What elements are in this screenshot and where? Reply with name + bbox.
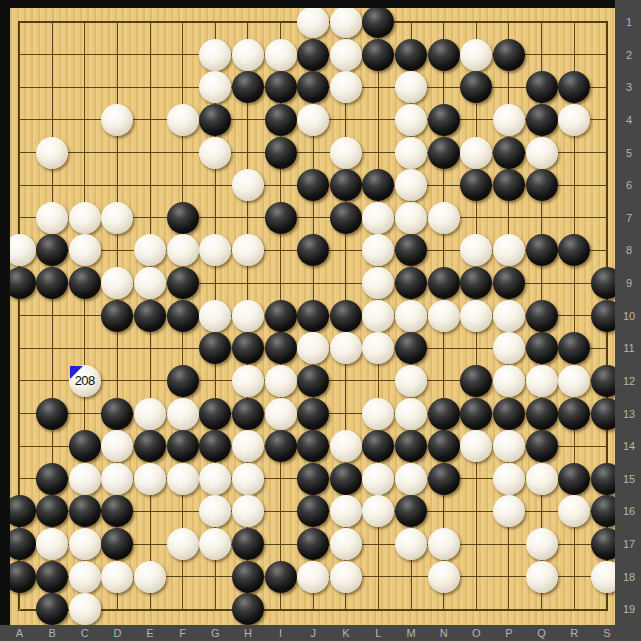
black-stone-E14 (134, 430, 166, 462)
black-stone-Q11 (526, 332, 558, 364)
white-stone-B7 (36, 202, 68, 234)
white-stone-K14 (330, 430, 362, 462)
white-stone-N17 (428, 528, 460, 560)
black-stone-F9 (167, 267, 199, 299)
white-stone-Q18 (526, 561, 558, 593)
black-stone-P9 (493, 267, 525, 299)
white-stone-H10 (232, 300, 264, 332)
black-stone-J10 (297, 300, 329, 332)
black-stone-B13 (36, 398, 68, 430)
black-stone-N9 (428, 267, 460, 299)
black-stone-K6 (330, 169, 362, 201)
black-stone-M2 (395, 39, 427, 71)
black-stone-R13 (558, 398, 590, 430)
row-label-9: 9 (619, 276, 639, 290)
black-stone-K7 (330, 202, 362, 234)
white-stone-C19 (69, 593, 101, 625)
row-label-13: 13 (619, 407, 639, 421)
black-stone-O12 (460, 365, 492, 397)
white-stone-Q12 (526, 365, 558, 397)
black-stone-P5 (493, 137, 525, 169)
white-stone-M5 (395, 137, 427, 169)
white-stone-H14 (232, 430, 264, 462)
white-stone-M17 (395, 528, 427, 560)
white-stone-J4 (297, 104, 329, 136)
white-stone-L7 (362, 202, 394, 234)
black-stone-B18 (36, 561, 68, 593)
black-stone-J2 (297, 39, 329, 71)
row-label-8: 8 (619, 243, 639, 257)
column-label-N: N (434, 625, 454, 641)
white-stone-K11 (330, 332, 362, 364)
black-stone-M9 (395, 267, 427, 299)
column-label-P: P (499, 625, 519, 641)
black-stone-I14 (265, 430, 297, 462)
white-stone-B17 (36, 528, 68, 560)
white-stone-M13 (395, 398, 427, 430)
top-edge-bar (0, 0, 641, 8)
black-stone-L2 (362, 39, 394, 71)
go-app-window: 208 ABCDEFGHIJKLMNOPQRS12345678910111213… (0, 0, 641, 641)
black-stone-Q4 (526, 104, 558, 136)
row-label-17: 17 (619, 537, 639, 551)
black-stone-J17 (297, 528, 329, 560)
column-label-D: D (107, 625, 127, 641)
white-stone-Q17 (526, 528, 558, 560)
white-stone-R4 (558, 104, 590, 136)
white-stone-G10 (199, 300, 231, 332)
white-stone-D7 (101, 202, 133, 234)
black-stone-E10 (134, 300, 166, 332)
white-stone-Q15 (526, 463, 558, 495)
move-number-label: 208 (69, 365, 101, 397)
black-stone-I4 (265, 104, 297, 136)
white-stone-N10 (428, 300, 460, 332)
row-label-15: 15 (619, 472, 639, 486)
white-stone-Q5 (526, 137, 558, 169)
white-stone-P4 (493, 104, 525, 136)
white-stone-I13 (265, 398, 297, 430)
white-stone-N7 (428, 202, 460, 234)
black-stone-I7 (265, 202, 297, 234)
black-stone-F14 (167, 430, 199, 462)
black-stone-J12 (297, 365, 329, 397)
column-label-A: A (10, 625, 30, 641)
white-stone-E15 (134, 463, 166, 495)
white-stone-F13 (167, 398, 199, 430)
black-stone-C9 (69, 267, 101, 299)
black-stone-H17 (232, 528, 264, 560)
white-stone-F4 (167, 104, 199, 136)
white-stone-C15 (69, 463, 101, 495)
black-stone-R15 (558, 463, 590, 495)
white-stone-B5 (36, 137, 68, 169)
white-stone-L10 (362, 300, 394, 332)
black-stone-N14 (428, 430, 460, 462)
column-label-K: K (336, 625, 356, 641)
white-stone-C7 (69, 202, 101, 234)
black-stone-F7 (167, 202, 199, 234)
black-stone-N4 (428, 104, 460, 136)
black-stone-H11 (232, 332, 264, 364)
white-stone-C8 (69, 234, 101, 266)
black-stone-C16 (69, 495, 101, 527)
row-label-16: 16 (619, 504, 639, 518)
black-stone-N13 (428, 398, 460, 430)
white-stone-M12 (395, 365, 427, 397)
black-stone-I18 (265, 561, 297, 593)
white-stone-G15 (199, 463, 231, 495)
black-stone-N15 (428, 463, 460, 495)
black-stone-K15 (330, 463, 362, 495)
row-label-14: 14 (619, 439, 639, 453)
row-label-2: 2 (619, 48, 639, 62)
white-stone-P11 (493, 332, 525, 364)
white-stone-F8 (167, 234, 199, 266)
white-stone-N18 (428, 561, 460, 593)
white-stone-H15 (232, 463, 264, 495)
black-stone-B15 (36, 463, 68, 495)
row-label-18: 18 (619, 570, 639, 584)
black-stone-M14 (395, 430, 427, 462)
row-label-3: 3 (619, 80, 639, 94)
white-stone-M10 (395, 300, 427, 332)
black-stone-J13 (297, 398, 329, 430)
white-stone-K5 (330, 137, 362, 169)
row-label-7: 7 (619, 211, 639, 225)
white-stone-M4 (395, 104, 427, 136)
column-label-C: C (75, 625, 95, 641)
white-stone-J1 (297, 6, 329, 38)
row-label-11: 11 (619, 341, 639, 355)
white-stone-D15 (101, 463, 133, 495)
white-stone-P15 (493, 463, 525, 495)
black-stone-C14 (69, 430, 101, 462)
row-label-5: 5 (619, 146, 639, 160)
column-label-G: G (205, 625, 225, 641)
column-label-O: O (466, 625, 486, 641)
black-stone-Q14 (526, 430, 558, 462)
column-label-L: L (368, 625, 388, 641)
white-stone-I12 (265, 365, 297, 397)
white-stone-G5 (199, 137, 231, 169)
column-label-H: H (238, 625, 258, 641)
white-stone-K1 (330, 6, 362, 38)
black-stone-I11 (265, 332, 297, 364)
white-stone-O10 (460, 300, 492, 332)
white-stone-H2 (232, 39, 264, 71)
black-stone-I3 (265, 71, 297, 103)
white-stone-R12 (558, 365, 590, 397)
column-label-R: R (564, 625, 584, 641)
black-stone-J15 (297, 463, 329, 495)
column-label-B: B (42, 625, 62, 641)
black-stone-O13 (460, 398, 492, 430)
white-stone-P14 (493, 430, 525, 462)
black-stone-H3 (232, 71, 264, 103)
white-stone-K18 (330, 561, 362, 593)
black-stone-G13 (199, 398, 231, 430)
black-stone-H19 (232, 593, 264, 625)
black-stone-Q3 (526, 71, 558, 103)
white-stone-K17 (330, 528, 362, 560)
column-label-S: S (597, 625, 617, 641)
black-stone-N5 (428, 137, 460, 169)
column-label-F: F (173, 625, 193, 641)
black-stone-H18 (232, 561, 264, 593)
white-stone-C17 (69, 528, 101, 560)
row-label-1: 1 (619, 15, 639, 29)
white-stone-O5 (460, 137, 492, 169)
row-label-4: 4 (619, 113, 639, 127)
white-stone-E13 (134, 398, 166, 430)
black-stone-I5 (265, 137, 297, 169)
row-label-19: 19 (619, 602, 639, 616)
column-label-M: M (401, 625, 421, 641)
column-label-J: J (303, 625, 323, 641)
column-label-E: E (140, 625, 160, 641)
white-stone-P10 (493, 300, 525, 332)
white-stone-P12 (493, 365, 525, 397)
black-stone-H13 (232, 398, 264, 430)
black-stone-P2 (493, 39, 525, 71)
black-stone-G4 (199, 104, 231, 136)
white-stone-K16 (330, 495, 362, 527)
column-label-Q: Q (532, 625, 552, 641)
white-stone-O2 (460, 39, 492, 71)
black-stone-F12 (167, 365, 199, 397)
black-stone-K10 (330, 300, 362, 332)
white-stone-J18 (297, 561, 329, 593)
white-stone-L15 (362, 463, 394, 495)
white-stone-I2 (265, 39, 297, 71)
white-stone-M6 (395, 169, 427, 201)
white-stone-D18 (101, 561, 133, 593)
white-stone-L13 (362, 398, 394, 430)
white-stone-H12 (232, 365, 264, 397)
black-stone-Q8 (526, 234, 558, 266)
black-stone-I10 (265, 300, 297, 332)
black-stone-D13 (101, 398, 133, 430)
white-stone-K3 (330, 71, 362, 103)
row-label-6: 6 (619, 178, 639, 192)
white-stone-F15 (167, 463, 199, 495)
row-label-10: 10 (619, 309, 639, 323)
black-stone-Q6 (526, 169, 558, 201)
black-stone-P6 (493, 169, 525, 201)
white-stone-F17 (167, 528, 199, 560)
white-stone-C18 (69, 561, 101, 593)
white-stone-M7 (395, 202, 427, 234)
white-stone-E9 (134, 267, 166, 299)
black-stone-B9 (36, 267, 68, 299)
white-stone-H6 (232, 169, 264, 201)
black-stone-F10 (167, 300, 199, 332)
black-stone-Q13 (526, 398, 558, 430)
white-stone-E18 (134, 561, 166, 593)
white-stone-G2 (199, 39, 231, 71)
white-stone-M15 (395, 463, 427, 495)
white-stone-K2 (330, 39, 362, 71)
black-stone-D10 (101, 300, 133, 332)
black-stone-Q10 (526, 300, 558, 332)
black-stone-N2 (428, 39, 460, 71)
black-stone-P13 (493, 398, 525, 430)
row-label-12: 12 (619, 374, 639, 388)
column-label-I: I (271, 625, 291, 641)
left-edge-bar (0, 0, 10, 625)
